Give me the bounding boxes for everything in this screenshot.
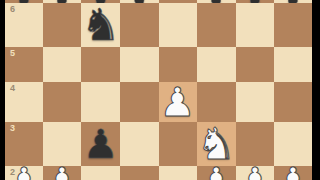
white-pawn-icon[interactable]: ♟ <box>237 162 273 180</box>
white-pawn-icon[interactable]: ♟ <box>160 82 196 122</box>
letterbox-left <box>0 0 5 180</box>
square-a5[interactable]: 5 <box>5 47 43 82</box>
square-a7[interactable]: ♟ <box>5 0 43 3</box>
square-c3[interactable]: ♟ <box>81 122 120 166</box>
black-pawn-icon[interactable]: ♟ <box>274 0 312 3</box>
black-pawn-icon[interactable]: ♟ <box>120 0 158 3</box>
square-e4[interactable]: ♟ <box>159 82 197 122</box>
square-h6[interactable] <box>274 3 312 47</box>
square-b6[interactable] <box>43 3 81 47</box>
square-d6[interactable] <box>120 3 158 47</box>
square-a4[interactable]: 4 <box>5 82 43 122</box>
black-pawn-icon[interactable]: ♟ <box>83 124 119 164</box>
square-g7[interactable]: ♟ <box>236 0 274 3</box>
square-h4[interactable] <box>274 82 312 122</box>
chess-board-screenshot: ♟♟♟♟♟♟♟6♞54♟3♟♞2♟♟♟♟♟ <box>0 0 320 180</box>
square-a6[interactable]: 6 <box>5 3 43 47</box>
white-pawn-icon[interactable]: ♟ <box>198 162 234 180</box>
square-b4[interactable] <box>43 82 81 122</box>
square-c5[interactable] <box>81 47 120 82</box>
square-g6[interactable] <box>236 3 274 47</box>
square-e2[interactable] <box>159 166 197 180</box>
rank-label-5: 5 <box>10 49 15 58</box>
square-d2[interactable] <box>120 166 158 180</box>
rank-label-6: 6 <box>10 5 15 14</box>
square-c6[interactable]: ♞ <box>81 3 120 47</box>
square-a2[interactable]: 2♟ <box>5 166 43 180</box>
square-g5[interactable] <box>236 47 274 82</box>
square-h5[interactable] <box>274 47 312 82</box>
square-f7[interactable]: ♟ <box>197 0 236 3</box>
black-pawn-icon[interactable]: ♟ <box>43 0 81 3</box>
square-h7[interactable]: ♟ <box>274 0 312 3</box>
square-d5[interactable] <box>120 47 158 82</box>
square-b5[interactable] <box>43 47 81 82</box>
square-b7[interactable]: ♟ <box>43 0 81 3</box>
square-e5[interactable] <box>159 47 197 82</box>
square-f2[interactable]: ♟ <box>197 166 236 180</box>
square-g4[interactable] <box>236 82 274 122</box>
square-d3[interactable] <box>120 122 158 166</box>
square-c2[interactable] <box>81 166 120 180</box>
square-d4[interactable] <box>120 82 158 122</box>
black-knight-icon[interactable]: ♞ <box>81 3 120 47</box>
black-pawn-icon[interactable]: ♟ <box>236 0 274 3</box>
square-e3[interactable] <box>159 122 197 166</box>
black-pawn-icon[interactable]: ♟ <box>197 0 236 3</box>
black-pawn-icon[interactable]: ♟ <box>5 0 43 3</box>
square-b2[interactable]: ♟ <box>43 166 81 180</box>
white-pawn-icon[interactable]: ♟ <box>275 162 311 180</box>
chess-board: ♟♟♟♟♟♟♟6♞54♟3♟♞2♟♟♟♟♟ <box>5 0 312 180</box>
square-c4[interactable] <box>81 82 120 122</box>
white-pawn-icon[interactable]: ♟ <box>6 162 42 180</box>
square-f6[interactable] <box>197 3 236 47</box>
square-g2[interactable]: ♟ <box>236 166 274 180</box>
white-pawn-icon[interactable]: ♟ <box>44 162 80 180</box>
letterbox-right <box>312 0 320 180</box>
square-h2[interactable]: ♟ <box>274 166 312 180</box>
rank-label-4: 4 <box>10 84 15 93</box>
square-e6[interactable] <box>159 3 197 47</box>
square-f5[interactable] <box>197 47 236 82</box>
square-f4[interactable] <box>197 82 236 122</box>
rank-label-3: 3 <box>10 124 15 133</box>
square-d7[interactable]: ♟ <box>120 0 158 3</box>
